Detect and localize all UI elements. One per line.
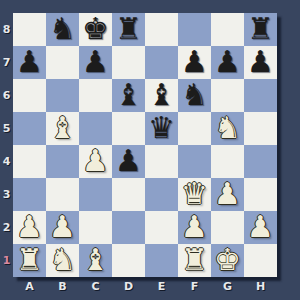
file-labels: ABCDEFGH bbox=[13, 280, 277, 293]
square-f6[interactable]: ♞ bbox=[178, 79, 211, 112]
piece-black-pawn[interactable]: ♟ bbox=[247, 46, 274, 78]
square-e1[interactable] bbox=[145, 244, 178, 277]
piece-white-rook[interactable]: ♜ bbox=[16, 244, 43, 276]
file-label-f: F bbox=[178, 280, 211, 293]
piece-black-pawn[interactable]: ♟ bbox=[115, 145, 142, 177]
square-f4[interactable] bbox=[178, 145, 211, 178]
square-g3[interactable]: ♟ bbox=[211, 178, 244, 211]
square-h3[interactable] bbox=[244, 178, 277, 211]
file-label-c: C bbox=[79, 280, 112, 293]
piece-black-bishop[interactable]: ♝ bbox=[148, 79, 175, 111]
square-f3[interactable]: ♛ bbox=[178, 178, 211, 211]
chess-diagram: 87654321 ♞♚♜♜♟♟♟♟♟♝♝♞♝♛♞♟♟♛♟♟♟♟♟♜♞♝♜♚ AB… bbox=[0, 0, 300, 300]
square-c8[interactable]: ♚ bbox=[79, 13, 112, 46]
square-g4[interactable] bbox=[211, 145, 244, 178]
square-a6[interactable] bbox=[13, 79, 46, 112]
piece-white-knight[interactable]: ♞ bbox=[214, 112, 241, 144]
piece-black-pawn[interactable]: ♟ bbox=[82, 46, 109, 78]
square-a3[interactable] bbox=[13, 178, 46, 211]
square-h8[interactable]: ♜ bbox=[244, 13, 277, 46]
piece-white-pawn[interactable]: ♟ bbox=[16, 211, 43, 243]
rank-labels: 87654321 bbox=[0, 13, 13, 277]
square-f5[interactable] bbox=[178, 112, 211, 145]
square-g6[interactable] bbox=[211, 79, 244, 112]
file-label-h: H bbox=[244, 280, 277, 293]
square-a7[interactable]: ♟ bbox=[13, 46, 46, 79]
square-b4[interactable] bbox=[46, 145, 79, 178]
square-h1[interactable] bbox=[244, 244, 277, 277]
square-g2[interactable] bbox=[211, 211, 244, 244]
rank-label-1: 1 bbox=[0, 244, 13, 277]
square-b2[interactable]: ♟ bbox=[46, 211, 79, 244]
file-label-d: D bbox=[112, 280, 145, 293]
square-a1[interactable]: ♜ bbox=[13, 244, 46, 277]
square-h6[interactable] bbox=[244, 79, 277, 112]
square-h5[interactable] bbox=[244, 112, 277, 145]
piece-black-pawn[interactable]: ♟ bbox=[181, 46, 208, 78]
square-f7[interactable]: ♟ bbox=[178, 46, 211, 79]
square-c3[interactable] bbox=[79, 178, 112, 211]
piece-black-pawn[interactable]: ♟ bbox=[16, 46, 43, 78]
square-c5[interactable] bbox=[79, 112, 112, 145]
square-c4[interactable]: ♟ bbox=[79, 145, 112, 178]
square-c2[interactable] bbox=[79, 211, 112, 244]
square-h7[interactable]: ♟ bbox=[244, 46, 277, 79]
square-g1[interactable]: ♚ bbox=[211, 244, 244, 277]
square-d2[interactable] bbox=[112, 211, 145, 244]
square-g8[interactable] bbox=[211, 13, 244, 46]
square-h2[interactable]: ♟ bbox=[244, 211, 277, 244]
square-e2[interactable] bbox=[145, 211, 178, 244]
piece-black-bishop[interactable]: ♝ bbox=[115, 79, 142, 111]
square-a4[interactable] bbox=[13, 145, 46, 178]
piece-black-rook[interactable]: ♜ bbox=[247, 13, 274, 45]
piece-white-pawn[interactable]: ♟ bbox=[82, 145, 109, 177]
piece-black-queen[interactable]: ♛ bbox=[148, 112, 175, 144]
piece-white-pawn[interactable]: ♟ bbox=[247, 211, 274, 243]
square-c1[interactable]: ♝ bbox=[79, 244, 112, 277]
square-d5[interactable] bbox=[112, 112, 145, 145]
piece-white-king[interactable]: ♚ bbox=[214, 244, 241, 276]
piece-white-bishop[interactable]: ♝ bbox=[82, 244, 109, 276]
square-d1[interactable] bbox=[112, 244, 145, 277]
square-e3[interactable] bbox=[145, 178, 178, 211]
square-f8[interactable] bbox=[178, 13, 211, 46]
file-label-g: G bbox=[211, 280, 244, 293]
square-d7[interactable] bbox=[112, 46, 145, 79]
square-g7[interactable]: ♟ bbox=[211, 46, 244, 79]
square-b3[interactable] bbox=[46, 178, 79, 211]
chess-board: ♞♚♜♜♟♟♟♟♟♝♝♞♝♛♞♟♟♛♟♟♟♟♟♜♞♝♜♚ bbox=[13, 13, 277, 277]
square-e7[interactable] bbox=[145, 46, 178, 79]
square-b1[interactable]: ♞ bbox=[46, 244, 79, 277]
piece-white-pawn[interactable]: ♟ bbox=[181, 211, 208, 243]
square-d4[interactable]: ♟ bbox=[112, 145, 145, 178]
square-a8[interactable] bbox=[13, 13, 46, 46]
square-e4[interactable] bbox=[145, 145, 178, 178]
rank-label-3: 3 bbox=[0, 178, 13, 211]
piece-black-rook[interactable]: ♜ bbox=[115, 13, 142, 45]
piece-black-king[interactable]: ♚ bbox=[82, 13, 109, 45]
square-e6[interactable]: ♝ bbox=[145, 79, 178, 112]
square-f2[interactable]: ♟ bbox=[178, 211, 211, 244]
square-a2[interactable]: ♟ bbox=[13, 211, 46, 244]
square-d3[interactable] bbox=[112, 178, 145, 211]
square-g5[interactable]: ♞ bbox=[211, 112, 244, 145]
rank-label-6: 6 bbox=[0, 79, 13, 112]
rank-label-2: 2 bbox=[0, 211, 13, 244]
square-c7[interactable]: ♟ bbox=[79, 46, 112, 79]
square-b6[interactable] bbox=[46, 79, 79, 112]
piece-white-rook[interactable]: ♜ bbox=[181, 244, 208, 276]
file-label-e: E bbox=[145, 280, 178, 293]
square-d6[interactable]: ♝ bbox=[112, 79, 145, 112]
file-label-a: A bbox=[13, 280, 46, 293]
file-label-b: B bbox=[46, 280, 79, 293]
piece-white-pawn[interactable]: ♟ bbox=[214, 178, 241, 210]
rank-label-4: 4 bbox=[0, 145, 13, 178]
piece-white-knight[interactable]: ♞ bbox=[49, 244, 76, 276]
square-c6[interactable] bbox=[79, 79, 112, 112]
square-e8[interactable] bbox=[145, 13, 178, 46]
square-b5[interactable]: ♝ bbox=[46, 112, 79, 145]
square-a5[interactable] bbox=[13, 112, 46, 145]
square-d8[interactable]: ♜ bbox=[112, 13, 145, 46]
piece-white-pawn[interactable]: ♟ bbox=[49, 211, 76, 243]
piece-black-knight[interactable]: ♞ bbox=[49, 13, 76, 45]
piece-black-knight[interactable]: ♞ bbox=[181, 79, 208, 111]
square-b8[interactable]: ♞ bbox=[46, 13, 79, 46]
piece-black-pawn[interactable]: ♟ bbox=[214, 46, 241, 78]
piece-white-queen[interactable]: ♛ bbox=[181, 178, 208, 210]
square-f1[interactable]: ♜ bbox=[178, 244, 211, 277]
square-h4[interactable] bbox=[244, 145, 277, 178]
square-e5[interactable]: ♛ bbox=[145, 112, 178, 145]
rank-label-7: 7 bbox=[0, 46, 13, 79]
rank-label-5: 5 bbox=[0, 112, 13, 145]
square-b7[interactable] bbox=[46, 46, 79, 79]
piece-white-bishop[interactable]: ♝ bbox=[49, 112, 76, 144]
rank-label-8: 8 bbox=[0, 13, 13, 46]
